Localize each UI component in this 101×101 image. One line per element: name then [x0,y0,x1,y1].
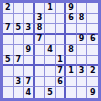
cell-r3c1[interactable]: 7 [3,24,14,35]
cell-r2c8[interactable]: 8 [77,14,88,25]
cell-r7c8[interactable]: 3 [77,66,88,77]
cell-r1c7[interactable]: 9 [66,3,77,14]
cell-r8c7[interactable] [66,77,77,88]
cell-r7c2[interactable] [14,66,25,77]
cell-r4c4[interactable]: 7 [35,35,46,46]
cell-r7c5[interactable] [45,66,56,77]
cell-r2c9[interactable] [87,14,98,25]
cell-r4c3[interactable] [24,35,35,46]
cell-r1c4[interactable] [35,3,46,14]
cell-r9c7[interactable] [66,87,77,98]
cell-r4c2[interactable] [14,35,25,46]
cell-r8c3[interactable]: 7 [24,77,35,88]
cell-r5c9[interactable] [87,45,98,56]
cell-r3c2[interactable]: 5 [14,24,25,35]
cell-r3c7[interactable] [66,24,77,35]
cell-r7c3[interactable] [24,66,35,77]
cell-r4c5[interactable] [45,35,56,46]
cell-r7c6[interactable]: 7 [56,66,67,77]
cell-r4c1[interactable] [3,35,14,46]
cell-r9c8[interactable] [77,87,88,98]
cell-r7c7[interactable]: 1 [66,66,77,77]
cell-r6c9[interactable] [87,56,98,67]
cell-r6c1[interactable]: 5 [3,56,14,67]
cell-r9c3[interactable]: 4 [24,87,35,98]
cell-r9c2[interactable] [14,87,25,98]
cell-r5c8[interactable] [77,45,88,56]
cell-r4c9[interactable]: 6 [87,35,98,46]
cell-r6c3[interactable] [24,56,35,67]
cell-r3c8[interactable] [77,24,88,35]
cell-r8c9[interactable] [87,77,98,88]
cell-r7c1[interactable] [3,66,14,77]
cell-r6c5[interactable] [45,56,56,67]
cell-r5c5[interactable]: 4 [45,45,56,56]
cell-r3c6[interactable] [56,24,67,35]
cell-r1c6[interactable] [56,3,67,14]
cell-r8c8[interactable] [77,77,88,88]
cell-r2c7[interactable]: 6 [66,14,77,25]
cell-r8c2[interactable]: 3 [14,77,25,88]
cell-r8c5[interactable] [45,77,56,88]
cell-r3c9[interactable] [87,24,98,35]
sudoku-board-frame: 21936875387969485717132376459 [0,0,101,101]
cell-r4c7[interactable] [66,35,77,46]
cell-r7c4[interactable] [35,66,46,77]
cell-r6c7[interactable] [66,56,77,67]
cell-r2c6[interactable] [56,14,67,25]
cell-r6c6[interactable]: 1 [56,56,67,67]
cell-r5c4[interactable] [35,45,46,56]
cell-r9c4[interactable] [35,87,46,98]
cell-r4c6[interactable] [56,35,67,46]
cell-r3c4[interactable]: 8 [35,24,46,35]
cell-r9c5[interactable]: 5 [45,87,56,98]
cell-r1c8[interactable] [77,3,88,14]
cell-r1c1[interactable]: 2 [3,3,14,14]
cell-r9c6[interactable] [56,87,67,98]
sudoku-board: 21936875387969485717132376459 [3,3,98,98]
cell-r9c9[interactable]: 9 [87,87,98,98]
cell-r9c1[interactable] [3,87,14,98]
cell-r8c4[interactable] [35,77,46,88]
cell-r7c9[interactable]: 2 [87,66,98,77]
cell-r5c7[interactable]: 8 [66,45,77,56]
cell-r8c1[interactable] [3,77,14,88]
cell-r3c3[interactable]: 3 [24,24,35,35]
cell-r1c5[interactable]: 1 [45,3,56,14]
cell-r6c8[interactable] [77,56,88,67]
cell-r6c4[interactable] [35,56,46,67]
cell-r3c5[interactable] [45,24,56,35]
cell-r4c8[interactable]: 9 [77,35,88,46]
cell-r1c9[interactable] [87,3,98,14]
cell-r6c2[interactable]: 7 [14,56,25,67]
cell-r5c3[interactable]: 9 [24,45,35,56]
cell-r2c5[interactable] [45,14,56,25]
cell-r8c6[interactable]: 6 [56,77,67,88]
cell-r1c2[interactable] [14,3,25,14]
cell-r1c3[interactable] [24,3,35,14]
